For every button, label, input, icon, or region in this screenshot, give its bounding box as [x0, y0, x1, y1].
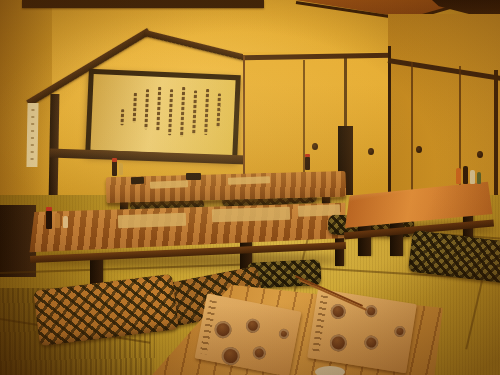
menu-food-photo	[364, 304, 378, 318]
soy-sauce-bottle	[112, 160, 117, 176]
door-pull	[312, 143, 318, 150]
top-lintel-beam	[22, 0, 264, 8]
soy-sauce-bottle	[305, 156, 310, 170]
menu-sheet	[118, 213, 186, 228]
soy-sauce-bottle	[46, 210, 52, 229]
calligraphy-column	[121, 109, 125, 125]
calligraphy-column	[144, 89, 149, 129]
condiment-bottle	[456, 168, 461, 184]
menu-food-photo	[213, 320, 233, 340]
soy-bottle-cap	[112, 158, 117, 162]
calligraphy-frame	[85, 69, 241, 162]
menu-food-photo	[278, 328, 290, 340]
small-tray	[186, 173, 201, 180]
menu-food-photo	[329, 333, 348, 352]
small-dish	[315, 366, 345, 375]
tatami-room-photo	[0, 0, 500, 375]
condiment-bottle	[55, 213, 60, 228]
small-tray	[131, 177, 144, 184]
menu-food-photo	[252, 345, 267, 360]
soy-bottle-cap	[46, 207, 52, 211]
soy-bottle-cap	[305, 154, 310, 157]
calligraphy-column	[204, 89, 209, 135]
condiment-shaker	[470, 170, 475, 184]
menu-food-photo	[245, 318, 261, 334]
scroll-writing	[31, 109, 35, 161]
menu-sheet	[150, 180, 188, 188]
wall-scroll	[26, 103, 38, 167]
soy-sauce-bottle	[463, 166, 468, 184]
door-pull	[368, 148, 374, 155]
center-frame-line	[344, 57, 347, 127]
calligraphy-columns	[119, 79, 222, 151]
calligraphy-column	[156, 87, 161, 131]
calligraphy-column	[133, 93, 137, 123]
menu-food-photo	[363, 335, 379, 351]
left-wainscot	[0, 205, 36, 277]
door-pull	[477, 151, 483, 158]
calligraphy-column	[217, 93, 221, 127]
menu-sheet	[228, 176, 270, 184]
condiment-shaker	[119, 163, 123, 175]
door-pull	[416, 146, 422, 153]
condiment-bottle	[477, 172, 481, 184]
menu-food-photo	[220, 346, 241, 367]
condiment-shaker	[63, 216, 68, 228]
menu-food-photo	[394, 325, 407, 338]
calligraphy-paper	[90, 74, 235, 156]
menu-sheet	[212, 207, 290, 223]
calligraphy-column	[180, 87, 185, 137]
calligraphy-column	[168, 89, 173, 135]
menu-food-photo	[330, 303, 347, 320]
calligraphy-column	[192, 90, 197, 134]
